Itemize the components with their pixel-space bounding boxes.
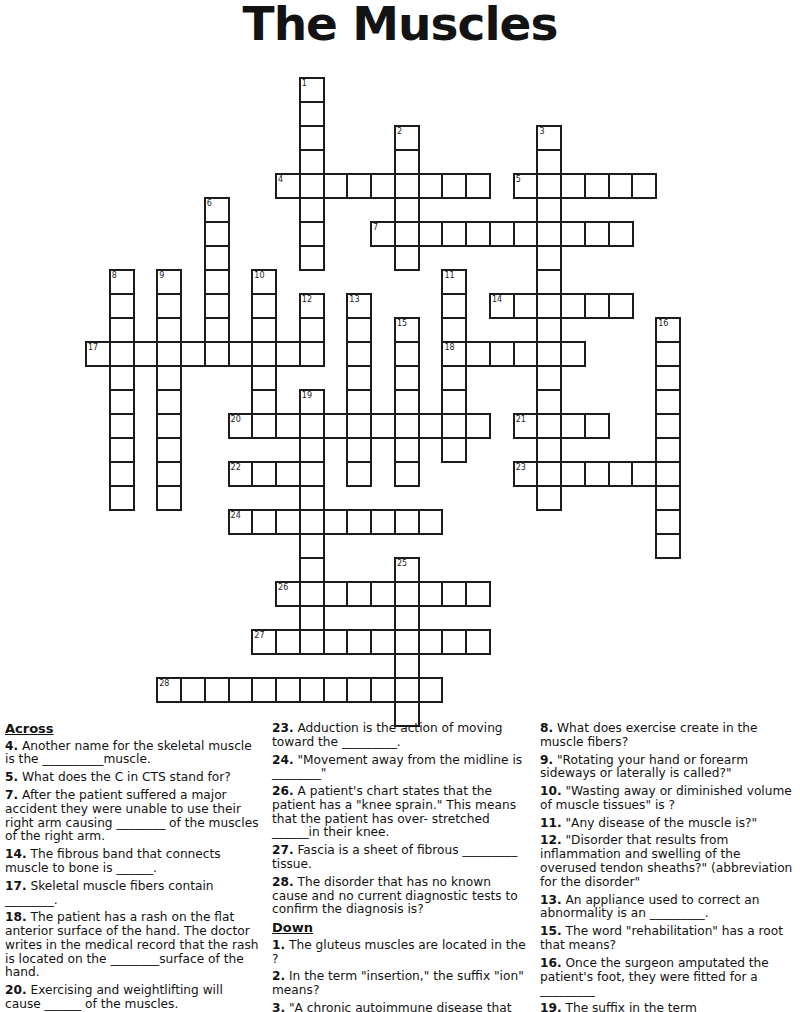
grid-cell[interactable]: 6 (204, 197, 230, 223)
clue-number-label: 7. (5, 788, 18, 802)
grid-cell[interactable] (299, 533, 325, 559)
down-heading: Down (272, 921, 530, 936)
clue-number-label: 2. (272, 969, 285, 983)
clue-number: 21 (516, 415, 526, 424)
grid-cell[interactable] (655, 533, 681, 559)
grid-cell[interactable] (560, 293, 586, 319)
grid-cell[interactable] (536, 413, 562, 439)
grid-cell[interactable] (441, 317, 467, 343)
grid-cell[interactable] (394, 149, 420, 175)
clue-number: 3 (539, 127, 544, 136)
clue-11-down: 11. "Any disease of the muscle is?" (540, 817, 796, 831)
grid-cell[interactable] (156, 389, 182, 415)
grid-cell[interactable] (156, 341, 182, 367)
clue-19-down: 19. The suffix in the term "rhabdomyolys… (540, 1002, 796, 1012)
grid-cell[interactable] (251, 461, 277, 487)
grid-cell[interactable]: 20 (228, 413, 254, 439)
clue-1-down: 1. The gluteus muscles are located in th… (272, 939, 530, 967)
clue-14-across: 14. The fibrous band that connects muscl… (5, 848, 261, 876)
grid-cell[interactable] (536, 173, 562, 199)
grid-cell[interactable] (299, 125, 325, 151)
grid-cell[interactable] (513, 221, 539, 247)
grid-cell[interactable] (299, 437, 325, 463)
grid-cell[interactable] (655, 509, 681, 535)
clue-number-label: 3. (272, 1001, 285, 1012)
grid-cell[interactable] (465, 581, 491, 607)
grid-cell[interactable]: 24 (228, 509, 254, 535)
grid-cell[interactable] (560, 461, 586, 487)
grid-cell[interactable] (228, 677, 254, 703)
grid-cell[interactable] (536, 245, 562, 271)
grid-cell[interactable] (323, 581, 349, 607)
grid-cell[interactable] (109, 317, 135, 343)
grid-cell[interactable] (299, 341, 325, 367)
clue-number-label: 12. (540, 833, 562, 847)
crossword-page: The Muscles 1234567891011121314151617181… (0, 0, 800, 1012)
grid-cell[interactable] (418, 581, 444, 607)
clue-number: 17 (88, 343, 98, 352)
clue-number: 24 (231, 511, 241, 520)
grid-cell[interactable] (441, 293, 467, 319)
grid-cell[interactable] (251, 341, 277, 367)
clue-number: 26 (278, 583, 288, 592)
clue-12-down: 12. "Disorder that results from inflamma… (540, 834, 796, 889)
grid-cell[interactable] (441, 581, 467, 607)
grid-cell[interactable] (655, 341, 681, 367)
grid-cell[interactable] (655, 365, 681, 391)
grid-cell[interactable] (441, 629, 467, 655)
grid-cell[interactable] (109, 437, 135, 463)
grid-cell[interactable] (299, 221, 325, 247)
clue-number: 8 (112, 271, 117, 280)
grid-cell[interactable] (536, 293, 562, 319)
grid-cell[interactable] (204, 293, 230, 319)
clue-13-down: 13. An appliance used to correct an abno… (540, 894, 796, 922)
grid-cell[interactable] (394, 341, 420, 367)
grid-cell[interactable] (370, 677, 396, 703)
grid-cell[interactable] (465, 173, 491, 199)
clue-10-down: 10. "Wasting away or diminished volume o… (540, 785, 796, 813)
grid-cell[interactable] (465, 629, 491, 655)
grid-cell[interactable] (299, 317, 325, 343)
grid-cell[interactable] (394, 173, 420, 199)
clue-24-across: 24. "Movement away from the midline is _… (272, 754, 530, 782)
grid-cell[interactable] (251, 413, 277, 439)
clue-number: 27 (254, 631, 264, 640)
grid-cell[interactable] (536, 389, 562, 415)
grid-cell[interactable] (156, 365, 182, 391)
grid-cell[interactable] (655, 413, 681, 439)
grid-cell[interactable] (631, 173, 657, 199)
grid-cell[interactable] (513, 293, 539, 319)
grid-cell[interactable] (299, 629, 325, 655)
grid-cell[interactable] (323, 629, 349, 655)
grid-cell[interactable] (655, 485, 681, 511)
grid-cell[interactable] (584, 293, 610, 319)
grid-cell[interactable] (204, 221, 230, 247)
grid-cell[interactable] (156, 293, 182, 319)
grid-cell[interactable]: 16 (655, 317, 681, 343)
clue-number-label: 5. (5, 770, 18, 784)
clue-number-label: 10. (540, 784, 562, 798)
grid-cell[interactable] (346, 365, 372, 391)
clue-number-label: 11. (540, 816, 562, 830)
clue-18-across: 18. The patient has a rash on the flat a… (5, 911, 261, 980)
grid-cell[interactable] (346, 413, 372, 439)
clue-number: 5 (516, 175, 521, 184)
clue-number: 20 (231, 415, 241, 424)
grid-cell[interactable] (346, 437, 372, 463)
grid-cell[interactable] (346, 581, 372, 607)
grid-cell[interactable] (536, 341, 562, 367)
grid-cell[interactable] (536, 149, 562, 175)
grid-cell[interactable] (536, 317, 562, 343)
grid-cell[interactable] (394, 221, 420, 247)
grid-cell[interactable] (323, 413, 349, 439)
clue-17-across: 17. Skeletal muscle fibers contain _____… (5, 880, 261, 908)
grid-cell[interactable] (536, 197, 562, 223)
grid-cell[interactable] (299, 413, 325, 439)
grid-cell[interactable] (299, 677, 325, 703)
grid-cell[interactable] (370, 581, 396, 607)
grid-cell[interactable] (133, 341, 159, 367)
grid-cell[interactable] (299, 461, 325, 487)
grid-cell[interactable] (441, 437, 467, 463)
grid-cell[interactable] (418, 413, 444, 439)
clue-number-label: 17. (5, 879, 27, 893)
grid-cell[interactable] (394, 389, 420, 415)
grid-cell[interactable]: 23 (513, 461, 539, 487)
grid-cell[interactable] (299, 509, 325, 535)
clue-number: 7 (373, 223, 378, 232)
clue-number-label: 13. (540, 893, 562, 907)
grid-cell[interactable] (465, 413, 491, 439)
grid-cell[interactable] (441, 173, 467, 199)
clue-number: 1 (302, 79, 307, 88)
grid-cell[interactable] (560, 173, 586, 199)
grid-cell[interactable] (655, 461, 681, 487)
grid-cell[interactable]: 11 (441, 269, 467, 295)
grid-cell[interactable] (608, 173, 634, 199)
grid-cell[interactable] (323, 509, 349, 535)
clue-number: 13 (349, 295, 359, 304)
grid-cell[interactable]: 2 (394, 125, 420, 151)
clue-number: 14 (492, 295, 502, 304)
grid-cell[interactable] (560, 221, 586, 247)
grid-cell[interactable] (513, 341, 539, 367)
grid-cell[interactable] (560, 413, 586, 439)
grid-cell[interactable]: 3 (536, 125, 562, 151)
clue-number-label: 14. (5, 847, 27, 861)
grid-cell[interactable]: 5 (513, 173, 539, 199)
grid-cell[interactable] (631, 461, 657, 487)
grid-cell[interactable] (204, 317, 230, 343)
grid-cell[interactable] (441, 365, 467, 391)
grid-cell[interactable] (299, 605, 325, 631)
grid-cell[interactable] (346, 389, 372, 415)
grid-cell[interactable] (418, 173, 444, 199)
grid-cell[interactable]: 18 (441, 341, 467, 367)
grid-cell[interactable]: 15 (394, 317, 420, 343)
clue-2-down: 2. In the term "insertion," the suffix "… (272, 970, 530, 998)
grid-cell[interactable] (180, 341, 206, 367)
clue-number: 4 (278, 175, 283, 184)
clue-number: 10 (254, 271, 264, 280)
clue-number-label: 9. (540, 753, 553, 767)
grid-cell[interactable] (299, 581, 325, 607)
grid-cell[interactable] (156, 413, 182, 439)
grid-cell[interactable]: 25 (394, 557, 420, 583)
grid-cell[interactable] (489, 341, 515, 367)
grid-cell[interactable]: 10 (251, 269, 277, 295)
grid-cell[interactable] (323, 677, 349, 703)
grid-cell[interactable] (536, 221, 562, 247)
grid-cell[interactable] (156, 485, 182, 511)
grid-cell[interactable]: 22 (228, 461, 254, 487)
grid-cell[interactable] (299, 101, 325, 127)
clue-number-label: 15. (540, 924, 562, 938)
grid-cell[interactable] (394, 509, 420, 535)
grid-cell[interactable] (109, 413, 135, 439)
grid-cell[interactable] (299, 149, 325, 175)
grid-cell[interactable] (275, 509, 301, 535)
grid-cell[interactable] (441, 413, 467, 439)
grid-cell[interactable] (465, 341, 491, 367)
grid-cell[interactable] (441, 221, 467, 247)
grid-cell[interactable] (275, 341, 301, 367)
grid-cell[interactable] (109, 485, 135, 511)
clue-8-down: 8. What does exercise create in the musc… (540, 722, 796, 750)
grid-cell[interactable] (299, 245, 325, 271)
grid-cell[interactable] (584, 413, 610, 439)
clue-number-label: 18. (5, 910, 27, 924)
grid-cell[interactable]: 12 (299, 293, 325, 319)
clue-column-3: 8. What does exercise create in the musc… (540, 722, 796, 1012)
grid-cell[interactable] (204, 245, 230, 271)
grid-cell[interactable]: 21 (513, 413, 539, 439)
grid-cell[interactable] (346, 173, 372, 199)
grid-cell[interactable] (109, 365, 135, 391)
grid-cell[interactable]: 13 (346, 293, 372, 319)
grid-cell[interactable] (394, 197, 420, 223)
grid-cell[interactable] (346, 629, 372, 655)
grid-cell[interactable] (251, 677, 277, 703)
grid-cell[interactable]: 9 (156, 269, 182, 295)
grid-cell[interactable] (299, 485, 325, 511)
grid-cell[interactable] (204, 341, 230, 367)
grid-cell[interactable] (156, 437, 182, 463)
grid-cell[interactable] (394, 461, 420, 487)
clue-9-down: 9. "Rotating your hand or forearm sidewa… (540, 754, 796, 782)
grid-cell[interactable]: 26 (275, 581, 301, 607)
clue-16-down: 16. Once the surgeon amputated the patie… (540, 957, 796, 998)
grid-cell[interactable] (346, 677, 372, 703)
grid-cell[interactable]: 19 (299, 389, 325, 415)
grid-cell[interactable] (346, 317, 372, 343)
clue-number-label: 24. (272, 753, 294, 767)
grid-cell[interactable] (418, 509, 444, 535)
grid-cell[interactable] (584, 461, 610, 487)
grid-cell[interactable]: 28 (156, 677, 182, 703)
grid-cell[interactable] (251, 509, 277, 535)
grid-cell[interactable] (536, 269, 562, 295)
grid-cell[interactable] (204, 269, 230, 295)
grid-cell[interactable] (465, 221, 491, 247)
grid-cell[interactable] (204, 677, 230, 703)
grid-cell[interactable] (251, 293, 277, 319)
clue-number: 2 (397, 127, 402, 136)
grid-cell[interactable] (394, 653, 420, 679)
grid-cell[interactable] (418, 221, 444, 247)
grid-cell[interactable]: 4 (275, 173, 301, 199)
grid-cell[interactable] (156, 461, 182, 487)
grid-cell[interactable] (655, 437, 681, 463)
grid-cell[interactable] (536, 485, 562, 511)
grid-cell[interactable] (394, 629, 420, 655)
grid-cell[interactable] (109, 293, 135, 319)
clue-number-label: 20. (5, 983, 27, 997)
clue-number: 25 (397, 559, 407, 568)
clue-number-label: 19. (540, 1001, 562, 1012)
grid-cell[interactable] (370, 629, 396, 655)
grid-cell[interactable] (394, 605, 420, 631)
grid-cell[interactable] (346, 341, 372, 367)
grid-cell[interactable]: 17 (85, 341, 111, 367)
clue-number-label: 16. (540, 956, 562, 970)
clue-number: 12 (302, 295, 312, 304)
crossword-grid: 1234567891011121314151617181920212223242… (0, 0, 800, 730)
grid-cell[interactable] (655, 389, 681, 415)
grid-cell[interactable] (536, 437, 562, 463)
clue-number-label: 26. (272, 784, 294, 798)
grid-cell[interactable]: 27 (251, 629, 277, 655)
clue-number: 15 (397, 319, 407, 328)
clue-3-down: 3. "A chronic autoimmune disease that we… (272, 1002, 530, 1012)
clue-number: 28 (159, 679, 169, 688)
grid-cell[interactable] (299, 557, 325, 583)
grid-cell[interactable] (418, 629, 444, 655)
grid-cell[interactable] (228, 341, 254, 367)
grid-cell[interactable] (156, 317, 182, 343)
grid-cell[interactable] (536, 461, 562, 487)
clue-number: 22 (231, 463, 241, 472)
across-heading: Across (5, 722, 261, 737)
grid-cell[interactable] (323, 173, 349, 199)
grid-cell[interactable] (418, 677, 444, 703)
grid-cell[interactable] (394, 365, 420, 391)
grid-cell[interactable] (394, 677, 420, 703)
clue-number: 9 (159, 271, 164, 280)
grid-cell[interactable] (560, 341, 586, 367)
clue-23-across: 23. Adduction is the action of moving to… (272, 722, 530, 750)
grid-cell[interactable] (441, 389, 467, 415)
clue-20-across: 20. Exercising and weightlifting will ca… (5, 984, 261, 1012)
grid-cell[interactable] (370, 173, 396, 199)
grid-cell[interactable] (608, 461, 634, 487)
clue-5-across: 5. What does the C in CTS stand for? (5, 771, 261, 785)
grid-cell[interactable] (251, 365, 277, 391)
clue-7-across: 7. After the patient suffered a major ac… (5, 789, 261, 844)
clue-number: 16 (658, 319, 668, 328)
clue-15-down: 15. The word "rehabilitation" has a root… (540, 925, 796, 953)
clue-number-label: 27. (272, 843, 294, 857)
grid-cell[interactable] (370, 413, 396, 439)
grid-cell[interactable] (394, 245, 420, 271)
grid-cell[interactable] (275, 461, 301, 487)
clue-column-2: 23. Adduction is the action of moving to… (272, 722, 530, 1012)
grid-cell[interactable] (275, 677, 301, 703)
clue-number: 6 (207, 199, 212, 208)
grid-cell[interactable]: 8 (109, 269, 135, 295)
grid-cell[interactable] (275, 413, 301, 439)
grid-cell[interactable] (394, 413, 420, 439)
clue-number: 11 (444, 271, 454, 280)
grid-cell[interactable] (251, 389, 277, 415)
grid-cell[interactable] (109, 341, 135, 367)
grid-cell[interactable] (109, 461, 135, 487)
grid-cell[interactable] (346, 509, 372, 535)
grid-cell[interactable] (584, 173, 610, 199)
grid-cell[interactable] (346, 461, 372, 487)
clue-number: 19 (302, 391, 312, 400)
grid-cell[interactable]: 14 (489, 293, 515, 319)
grid-cell[interactable] (489, 221, 515, 247)
grid-cell[interactable] (299, 197, 325, 223)
clue-number-label: 4. (5, 739, 18, 753)
clue-number-label: 28. (272, 875, 294, 889)
grid-cell[interactable] (536, 365, 562, 391)
clue-27-across: 27. Fascia is a sheet of fibrous _______… (272, 844, 530, 872)
grid-cell[interactable] (251, 317, 277, 343)
clue-number-label: 1. (272, 938, 285, 952)
grid-cell[interactable] (180, 677, 206, 703)
grid-cell[interactable]: 7 (370, 221, 396, 247)
grid-cell[interactable] (299, 173, 325, 199)
grid-cell[interactable] (608, 221, 634, 247)
clue-number-label: 23. (272, 721, 294, 735)
clue-column-1: Across4. Another name for the skeletal m… (5, 722, 261, 1012)
grid-cell[interactable]: 1 (299, 77, 325, 103)
grid-cell[interactable] (394, 581, 420, 607)
grid-cell[interactable] (584, 221, 610, 247)
grid-cell[interactable] (608, 293, 634, 319)
clue-26-across: 26. A patient's chart states that the pa… (272, 785, 530, 840)
clue-4-across: 4. Another name for the skeletal muscle … (5, 740, 261, 768)
clue-number: 18 (444, 343, 454, 352)
clue-28-across: 28. The disorder that has no known cause… (272, 876, 530, 917)
clue-number: 23 (516, 463, 526, 472)
grid-cell[interactable] (109, 389, 135, 415)
grid-cell[interactable] (275, 629, 301, 655)
clue-number-label: 8. (540, 721, 553, 735)
grid-cell[interactable] (370, 509, 396, 535)
grid-cell[interactable] (394, 437, 420, 463)
